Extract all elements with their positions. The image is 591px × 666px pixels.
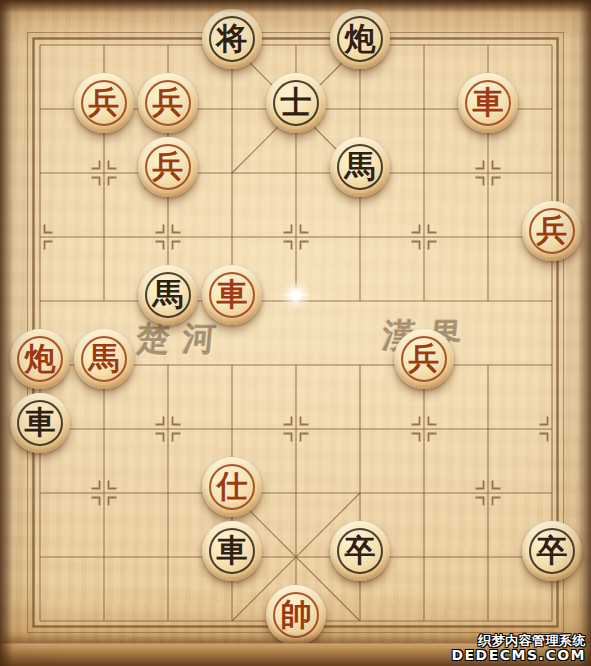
piece-red-chariot[interactable]: 車: [458, 73, 518, 133]
piece-glyph: 将: [217, 23, 248, 54]
piece-black-soldier[interactable]: 卒: [330, 521, 390, 581]
piece-red-chariot[interactable]: 車: [202, 265, 262, 325]
piece-glyph: 馬: [89, 343, 120, 374]
piece-glyph: 帥: [281, 599, 312, 630]
piece-red-soldier[interactable]: 兵: [74, 73, 134, 133]
piece-glyph: 炮: [345, 23, 376, 54]
piece-ring: [401, 336, 447, 382]
piece-ring: [529, 208, 575, 254]
piece-glyph: 兵: [89, 87, 120, 118]
piece-black-chariot[interactable]: 車: [202, 521, 262, 581]
piece-ring: [81, 80, 127, 126]
piece-glyph: 馬: [345, 151, 376, 182]
piece-black-cannon[interactable]: 炮: [330, 9, 390, 69]
piece-ring: [529, 528, 575, 574]
piece-ring: [145, 272, 191, 318]
piece-glyph: 兵: [409, 343, 440, 374]
piece-black-horse[interactable]: 馬: [138, 265, 198, 325]
piece-glyph: 卒: [345, 535, 376, 566]
piece-ring: [465, 80, 511, 126]
piece-red-advisor[interactable]: 仕: [202, 457, 262, 517]
piece-ring: [337, 16, 383, 62]
piece-ring: [17, 336, 63, 382]
piece-glyph: 兵: [153, 87, 184, 118]
piece-red-soldier[interactable]: 兵: [138, 137, 198, 197]
piece-glyph: 馬: [153, 279, 184, 310]
piece-black-horse[interactable]: 馬: [330, 137, 390, 197]
piece-glyph: 車: [25, 407, 56, 438]
piece-red-soldier[interactable]: 兵: [138, 73, 198, 133]
piece-black-general[interactable]: 将: [202, 9, 262, 69]
piece-glyph: 兵: [153, 151, 184, 182]
piece-glyph: 車: [473, 87, 504, 118]
xiangqi-board[interactable]: 楚河 漢界 将炮兵兵士車兵馬兵馬車炮馬兵車仕車卒卒帥 织梦内容管理系统 DEDE…: [0, 0, 591, 666]
piece-ring: [273, 592, 319, 638]
piece-black-soldier[interactable]: 卒: [522, 521, 582, 581]
piece-glyph: 炮: [25, 343, 56, 374]
piece-black-chariot[interactable]: 車: [10, 393, 70, 453]
piece-ring: [145, 144, 191, 190]
piece-glyph: 車: [217, 279, 248, 310]
piece-glyph: 卒: [537, 535, 568, 566]
piece-glyph: 士: [281, 87, 312, 118]
piece-glyph: 車: [217, 535, 248, 566]
piece-ring: [209, 272, 255, 318]
piece-ring: [145, 80, 191, 126]
piece-red-general[interactable]: 帥: [266, 585, 326, 645]
piece-red-soldier[interactable]: 兵: [522, 201, 582, 261]
piece-glyph: 仕: [217, 471, 248, 502]
piece-red-horse[interactable]: 馬: [74, 329, 134, 389]
pieces-layer[interactable]: 将炮兵兵士車兵馬兵馬車炮馬兵車仕車卒卒帥: [0, 0, 591, 666]
piece-black-advisor[interactable]: 士: [266, 73, 326, 133]
piece-red-cannon[interactable]: 炮: [10, 329, 70, 389]
piece-ring: [337, 144, 383, 190]
piece-ring: [273, 80, 319, 126]
piece-red-soldier[interactable]: 兵: [394, 329, 454, 389]
board-front-edge: [0, 643, 591, 666]
piece-ring: [337, 528, 383, 574]
piece-ring: [81, 336, 127, 382]
piece-ring: [209, 16, 255, 62]
piece-glyph: 兵: [537, 215, 568, 246]
piece-ring: [17, 400, 63, 446]
piece-ring: [209, 528, 255, 574]
piece-ring: [209, 464, 255, 510]
